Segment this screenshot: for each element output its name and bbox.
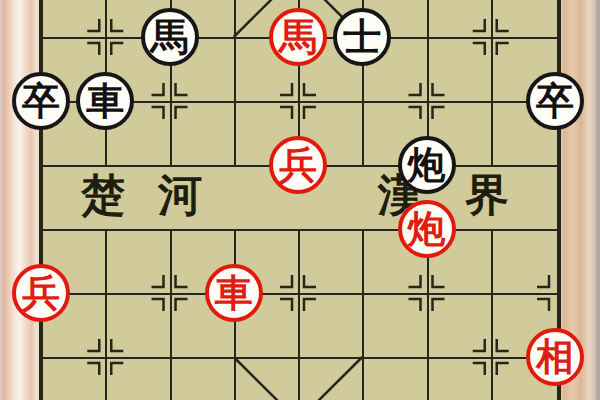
piece-black-soldier[interactable]: 卒 [526,72,584,130]
piece-red-soldier[interactable]: 兵 [12,264,70,322]
xiangqi-board[interactable]: 楚 河 漢 界 馬馬士卒車卒兵炮炮兵車相 [40,0,560,400]
piece-black-soldier[interactable]: 卒 [12,72,70,130]
piece-black-advisor[interactable]: 士 [333,8,391,66]
piece-red-horse[interactable]: 馬 [269,8,327,66]
piece-black-horse[interactable]: 馬 [141,8,199,66]
xiangqi-screenshot: 楚 河 漢 界 馬馬士卒車卒兵炮炮兵車相 [0,0,600,400]
piece-black-cannon[interactable]: 炮 [398,136,456,194]
pieces-layer: 馬馬士卒車卒兵炮炮兵車相 [40,0,560,400]
piece-red-cannon[interactable]: 炮 [398,200,456,258]
piece-red-soldier[interactable]: 兵 [269,136,327,194]
piece-black-chariot[interactable]: 車 [76,72,134,130]
board-frame-left [0,0,40,400]
piece-red-elephant[interactable]: 相 [526,328,584,386]
piece-red-chariot[interactable]: 車 [205,264,263,322]
